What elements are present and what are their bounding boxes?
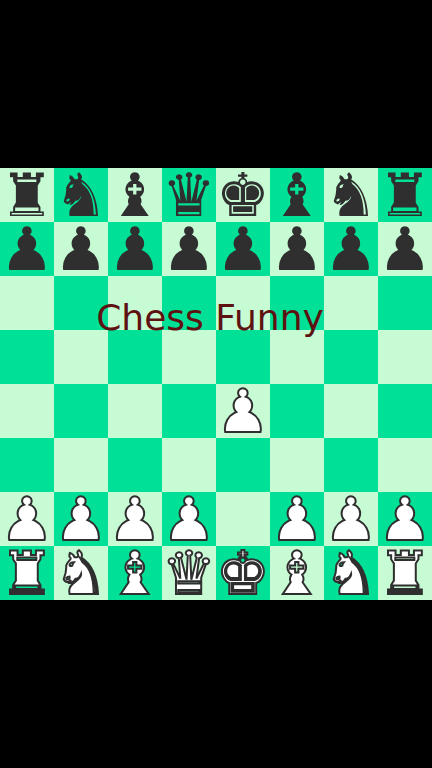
piece-black-pawn[interactable]: ♟ <box>108 222 162 276</box>
square-c4[interactable] <box>108 384 162 438</box>
square-g1[interactable]: ♞ <box>324 546 378 600</box>
square-b4[interactable] <box>54 384 108 438</box>
square-c7[interactable]: ♟ <box>108 222 162 276</box>
square-b5[interactable] <box>54 330 108 384</box>
square-a5[interactable] <box>0 330 54 384</box>
letterbox-bottom <box>0 600 432 768</box>
square-h7[interactable]: ♟ <box>378 222 432 276</box>
square-e3[interactable] <box>216 438 270 492</box>
square-e6[interactable] <box>216 276 270 330</box>
piece-black-pawn[interactable]: ♟ <box>270 222 324 276</box>
piece-black-pawn[interactable]: ♟ <box>54 222 108 276</box>
square-f5[interactable] <box>270 330 324 384</box>
square-e7[interactable]: ♟ <box>216 222 270 276</box>
square-b6[interactable] <box>54 276 108 330</box>
square-g6[interactable] <box>324 276 378 330</box>
piece-black-pawn[interactable]: ♟ <box>162 222 216 276</box>
piece-white-bishop[interactable]: ♝ <box>108 546 162 600</box>
square-f4[interactable] <box>270 384 324 438</box>
square-a7[interactable]: ♟ <box>0 222 54 276</box>
chess-board: ♜♞♝♛♚♝♞♜♟♟♟♟♟♟♟♟♟♟♟♟♟♟♟♟♜♞♝♛♚♝♞♜ <box>0 168 432 600</box>
square-c6[interactable] <box>108 276 162 330</box>
square-h6[interactable] <box>378 276 432 330</box>
square-d7[interactable]: ♟ <box>162 222 216 276</box>
square-h5[interactable] <box>378 330 432 384</box>
square-d4[interactable] <box>162 384 216 438</box>
square-f6[interactable] <box>270 276 324 330</box>
square-h4[interactable] <box>378 384 432 438</box>
square-a1[interactable]: ♜ <box>0 546 54 600</box>
piece-white-pawn[interactable]: ♟ <box>216 384 270 438</box>
square-b1[interactable]: ♞ <box>54 546 108 600</box>
square-e4[interactable]: ♟ <box>216 384 270 438</box>
square-d1[interactable]: ♛ <box>162 546 216 600</box>
square-h1[interactable]: ♜ <box>378 546 432 600</box>
square-b7[interactable]: ♟ <box>54 222 108 276</box>
square-f1[interactable]: ♝ <box>270 546 324 600</box>
square-g4[interactable] <box>324 384 378 438</box>
square-g5[interactable] <box>324 330 378 384</box>
square-a4[interactable] <box>0 384 54 438</box>
square-d6[interactable] <box>162 276 216 330</box>
piece-white-knight[interactable]: ♞ <box>324 546 378 600</box>
piece-white-rook[interactable]: ♜ <box>378 546 432 600</box>
piece-black-pawn[interactable]: ♟ <box>378 222 432 276</box>
square-f7[interactable]: ♟ <box>270 222 324 276</box>
piece-white-king[interactable]: ♚ <box>216 546 270 600</box>
square-g7[interactable]: ♟ <box>324 222 378 276</box>
square-c1[interactable]: ♝ <box>108 546 162 600</box>
square-e1[interactable]: ♚ <box>216 546 270 600</box>
piece-black-pawn[interactable]: ♟ <box>324 222 378 276</box>
piece-white-rook[interactable]: ♜ <box>0 546 54 600</box>
piece-black-pawn[interactable]: ♟ <box>216 222 270 276</box>
piece-white-bishop[interactable]: ♝ <box>270 546 324 600</box>
piece-white-knight[interactable]: ♞ <box>54 546 108 600</box>
square-a6[interactable] <box>0 276 54 330</box>
app-screen: ♜♞♝♛♚♝♞♜♟♟♟♟♟♟♟♟♟♟♟♟♟♟♟♟♜♞♝♛♚♝♞♜ Chess F… <box>0 0 432 768</box>
letterbox-top <box>0 0 432 168</box>
piece-white-queen[interactable]: ♛ <box>162 546 216 600</box>
square-c5[interactable] <box>108 330 162 384</box>
piece-black-pawn[interactable]: ♟ <box>0 222 54 276</box>
square-d5[interactable] <box>162 330 216 384</box>
